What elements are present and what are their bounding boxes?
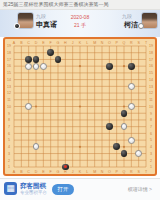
svg-text:L: L [86,41,88,45]
svg-text:N: N [101,170,104,174]
svg-text:E: E [42,170,45,174]
svg-text:Q: Q [123,170,126,174]
app-screen: 第25届三星杯世界围棋大师赛三番棋决赛第一局 九段 申真谞 2020-08 21… [0,0,160,200]
svg-text:H: H [64,41,67,45]
stone-white [25,103,32,110]
svg-text:5: 5 [150,138,152,142]
svg-text:O: O [108,41,111,45]
svg-text:11: 11 [149,98,153,102]
svg-text:D: D [35,170,38,174]
stone-black [25,56,32,63]
svg-text:16: 16 [7,64,11,68]
last-move-marker [64,165,67,168]
svg-text:17: 17 [7,58,11,62]
go-board[interactable]: AA1919BB1818CC1717DD1616EE1515FF1414GG13… [3,37,157,176]
svg-text:J: J [72,41,74,45]
svg-text:4: 4 [150,145,152,149]
stone-black [128,63,135,70]
svg-text:2: 2 [150,159,152,163]
svg-text:6: 6 [8,132,10,136]
svg-text:13: 13 [7,85,11,89]
svg-text:P: P [115,170,118,174]
svg-text:T: T [145,41,148,45]
svg-text:H: H [64,170,67,174]
white-stone-icon [138,23,144,29]
white-player-name: 柯洁 [124,20,138,30]
svg-text:9: 9 [150,112,152,116]
svg-text:15: 15 [7,71,11,75]
stone-white [25,63,32,70]
app-promo-bar: ▦ 弈客围棋 专业围棋平台 打开 棋谱详情 > [0,178,160,200]
stone-black [106,63,113,70]
svg-text:C: C [27,41,30,45]
svg-text:3: 3 [150,152,152,156]
title-bar: 第25届三星杯世界围棋大师赛三番棋决赛第一局 [0,0,160,10]
svg-text:10: 10 [7,105,11,109]
stone-black [121,110,128,117]
svg-text:B: B [20,41,23,45]
svg-text:5: 5 [8,138,10,142]
stone-white [128,83,135,90]
svg-text:A: A [13,41,16,45]
stone-black [55,56,62,63]
stone-black [33,56,40,63]
black-stone-icon [14,23,20,29]
svg-text:16: 16 [149,64,153,68]
svg-text:19: 19 [149,44,153,48]
game-date: 2020-08 [60,14,100,20]
svg-text:K: K [79,170,82,174]
svg-text:R: R [130,41,133,45]
svg-text:G: G [57,170,60,174]
svg-text:Q: Q [123,41,126,45]
svg-text:18: 18 [7,51,11,55]
svg-text:17: 17 [149,58,153,62]
stone-black [62,164,69,171]
stone-white [128,137,135,144]
svg-text:J: J [72,170,74,174]
app-subtitle: 专业围棋平台 [20,190,47,195]
svg-text:S: S [137,170,140,174]
svg-text:F: F [50,170,53,174]
svg-text:L: L [86,170,88,174]
svg-text:14: 14 [149,78,153,82]
svg-text:K: K [79,41,82,45]
stone-white [135,150,142,157]
svg-text:8: 8 [8,118,10,122]
game-title: 第25届三星杯世界围棋大师赛三番棋决赛第一局 [3,1,109,7]
svg-text:9: 9 [8,112,10,116]
svg-text:10: 10 [149,105,153,109]
game-record-link[interactable]: 棋谱详情 > [128,186,152,192]
svg-text:B: B [20,170,23,174]
svg-text:O: O [108,170,111,174]
svg-text:19: 19 [7,44,11,48]
svg-text:7: 7 [150,125,152,129]
svg-text:7: 7 [8,125,10,129]
stone-white [128,103,135,110]
svg-text:C: C [27,170,30,174]
svg-text:G: G [57,41,60,45]
svg-text:4: 4 [8,145,10,149]
svg-text:1: 1 [8,165,10,169]
svg-text:11: 11 [7,98,11,102]
svg-text:12: 12 [149,91,153,95]
stone-black [106,123,113,130]
svg-text:15: 15 [149,71,153,75]
svg-text:A: A [13,170,16,174]
svg-text:M: M [93,41,96,45]
svg-text:1: 1 [150,165,152,169]
black-player-rank: 九段 [36,13,46,19]
svg-text:S: S [137,41,140,45]
svg-text:3: 3 [8,152,10,156]
open-app-button[interactable]: 打开 [52,184,74,195]
svg-text:13: 13 [149,85,153,89]
svg-text:P: P [115,41,118,45]
svg-text:14: 14 [7,78,11,82]
svg-text:6: 6 [150,132,152,136]
svg-text:E: E [42,41,45,45]
svg-text:N: N [101,41,104,45]
app-logo-icon: ▦ [4,182,17,195]
stone-white [40,63,47,70]
svg-text:D: D [35,41,38,45]
svg-text:8: 8 [150,118,152,122]
black-player-name: 申真谞 [36,20,57,30]
svg-text:M: M [93,170,96,174]
move-count: 21 手 [60,22,100,28]
svg-text:18: 18 [149,51,153,55]
white-player-rank: 九段 [122,13,132,19]
svg-text:T: T [145,170,148,174]
svg-text:2: 2 [8,159,10,163]
svg-text:F: F [50,41,53,45]
stone-white [33,63,40,70]
player-bar: 九段 申真谞 2020-08 21 手 九段 柯洁 [0,10,160,37]
svg-text:12: 12 [7,91,11,95]
svg-text:R: R [130,170,133,174]
